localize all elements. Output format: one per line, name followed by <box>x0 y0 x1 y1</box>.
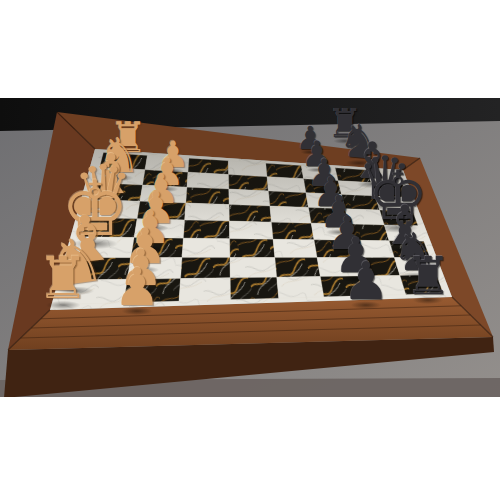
black-pawn-piece[interactable]: ♟ <box>343 257 390 306</box>
pieces-layer: ♜♟♜♞♟♟♞♝♟♟♝♛♟♟♛♟♚♟♚♟♝♟♝♟♞♟♞♟♜♜♟♟ <box>0 0 500 500</box>
chess-set-photo: ♜♟♜♞♟♟♞♝♟♟♝♛♟♟♛♟♚♟♚♟♝♟♝♟♞♟♞♟♜♜♟♟ <box>0 0 500 500</box>
white-pawn-piece[interactable]: ♟ <box>114 263 161 312</box>
white-rook-piece[interactable]: ♜ <box>37 251 89 306</box>
black-rook-piece[interactable]: ♜ <box>405 252 452 301</box>
